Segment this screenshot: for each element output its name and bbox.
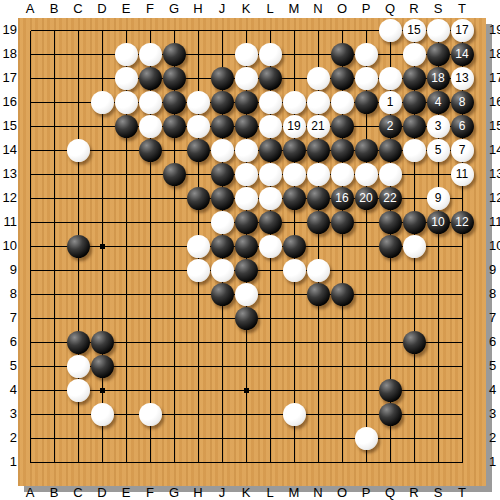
black-stone: [379, 379, 402, 402]
black-stone: [403, 115, 426, 138]
col-label-bottom: K: [234, 486, 258, 500]
move-number-label: 11: [456, 167, 468, 181]
black-stone: [331, 67, 354, 90]
black-stone: [67, 235, 90, 258]
white-stone: [67, 355, 90, 378]
black-stone: [307, 211, 330, 234]
col-label-bottom: D: [90, 486, 114, 500]
col-label-top: F: [138, 2, 162, 16]
white-stone: 15: [403, 19, 426, 42]
black-stone: [379, 139, 402, 162]
white-stone: [235, 139, 258, 162]
row-label-left: 10: [0, 239, 17, 253]
row-label-right: 12: [489, 191, 500, 205]
white-stone: [307, 67, 330, 90]
black-stone: [211, 91, 234, 114]
black-stone: 14: [451, 43, 474, 66]
white-stone: [67, 379, 90, 402]
white-stone: 7: [451, 139, 474, 162]
black-stone: [235, 211, 258, 234]
black-stone: [331, 115, 354, 138]
col-label-bottom: F: [138, 486, 162, 500]
black-stone: [211, 235, 234, 258]
black-stone: [235, 115, 258, 138]
col-label-top: A: [18, 2, 42, 16]
black-stone: [91, 355, 114, 378]
hoshi-point: [100, 388, 105, 393]
white-stone: [355, 43, 378, 66]
hoshi-point: [244, 388, 249, 393]
move-number-label: 13: [455, 71, 468, 85]
move-number-label: 8: [459, 95, 466, 109]
col-label-top: J: [210, 2, 234, 16]
col-label-bottom: M: [282, 486, 306, 500]
black-stone: [331, 139, 354, 162]
black-stone: [355, 139, 378, 162]
white-stone: [235, 187, 258, 210]
white-stone: [115, 43, 138, 66]
row-label-right: 3: [489, 407, 500, 421]
white-stone: [139, 403, 162, 426]
move-number-label: 9: [435, 191, 442, 205]
row-label-left: 12: [0, 191, 17, 205]
white-stone: [259, 91, 282, 114]
row-label-left: 9: [0, 263, 17, 277]
col-label-top: S: [426, 2, 450, 16]
white-stone: [139, 91, 162, 114]
black-stone: [139, 67, 162, 90]
white-stone: [235, 283, 258, 306]
white-stone: [403, 43, 426, 66]
row-label-right: 7: [489, 311, 500, 325]
white-stone: [259, 43, 282, 66]
col-label-bottom: N: [306, 486, 330, 500]
white-stone: [307, 91, 330, 114]
black-stone: [163, 43, 186, 66]
col-label-bottom: S: [426, 486, 450, 500]
white-stone: [139, 43, 162, 66]
black-stone: [331, 211, 354, 234]
black-stone: [211, 283, 234, 306]
row-label-left: 11: [0, 215, 17, 229]
col-label-bottom: T: [450, 486, 474, 500]
row-label-left: 13: [0, 167, 17, 181]
white-stone: [235, 43, 258, 66]
black-stone: [403, 331, 426, 354]
col-label-top: T: [450, 2, 474, 16]
white-stone: [427, 19, 450, 42]
black-stone: [283, 187, 306, 210]
black-stone: [187, 187, 210, 210]
white-stone: [307, 163, 330, 186]
white-stone: [283, 259, 306, 282]
black-stone: [307, 283, 330, 306]
row-label-left: 8: [0, 287, 17, 301]
black-stone: [67, 331, 90, 354]
col-label-top: R: [402, 2, 426, 16]
black-stone: [163, 163, 186, 186]
white-stone: [115, 91, 138, 114]
row-label-right: 14: [489, 143, 500, 157]
white-stone: [187, 259, 210, 282]
black-stone: 6: [451, 115, 474, 138]
row-label-right: 19: [489, 23, 500, 37]
white-stone: [67, 139, 90, 162]
white-stone: [259, 187, 282, 210]
black-stone: 20: [355, 187, 378, 210]
move-number-label: 2: [387, 119, 394, 133]
row-label-right: 18: [489, 47, 500, 61]
white-stone: [91, 403, 114, 426]
white-stone: [355, 427, 378, 450]
black-stone: [379, 403, 402, 426]
row-label-left: 1: [0, 455, 17, 469]
move-number-label: 20: [359, 191, 372, 205]
black-stone: [403, 67, 426, 90]
black-stone: 10: [427, 211, 450, 234]
black-stone: [235, 307, 258, 330]
black-stone: [91, 331, 114, 354]
row-label-right: 13: [489, 167, 500, 181]
white-stone: [307, 259, 330, 282]
black-stone: 12: [451, 211, 474, 234]
black-stone: [259, 211, 282, 234]
black-stone: [283, 235, 306, 258]
row-label-left: 2: [0, 431, 17, 445]
col-label-top: G: [162, 2, 186, 16]
white-stone: [283, 91, 306, 114]
white-stone: 17: [451, 19, 474, 42]
row-label-left: 6: [0, 335, 17, 349]
white-stone: [283, 163, 306, 186]
white-stone: [283, 403, 306, 426]
col-label-bottom: P: [354, 486, 378, 500]
white-stone: 21: [307, 115, 330, 138]
move-number-label: 3: [435, 119, 442, 133]
col-label-top: Q: [378, 2, 402, 16]
black-stone: [259, 67, 282, 90]
row-label-left: 4: [0, 383, 17, 397]
row-label-right: 11: [489, 215, 500, 229]
black-stone: [235, 91, 258, 114]
move-number-label: 17: [455, 23, 468, 37]
row-label-right: 17: [489, 71, 500, 85]
black-stone: [163, 115, 186, 138]
move-number-label: 21: [311, 119, 324, 133]
col-label-bottom: C: [66, 486, 90, 500]
black-stone: [235, 259, 258, 282]
move-number-label: 18: [431, 71, 444, 85]
white-stone: [379, 19, 402, 42]
white-stone: 5: [427, 139, 450, 162]
white-stone: [403, 139, 426, 162]
white-stone: [259, 235, 282, 258]
black-stone: 4: [427, 91, 450, 114]
col-label-top: M: [282, 2, 306, 16]
move-number-label: 19: [287, 119, 300, 133]
row-label-left: 3: [0, 407, 17, 421]
black-stone: [307, 139, 330, 162]
white-stone: [355, 67, 378, 90]
col-label-top: P: [354, 2, 378, 16]
black-stone: [163, 91, 186, 114]
white-stone: [187, 235, 210, 258]
row-label-right: 9: [489, 263, 500, 277]
black-stone: [355, 91, 378, 114]
white-stone: 19: [283, 115, 306, 138]
col-label-top: E: [114, 2, 138, 16]
col-label-bottom: J: [210, 486, 234, 500]
white-stone: 1: [379, 91, 402, 114]
black-stone: [403, 211, 426, 234]
white-stone: [379, 163, 402, 186]
row-label-left: 16: [0, 95, 17, 109]
col-label-bottom: B: [42, 486, 66, 500]
move-number-label: 7: [459, 143, 466, 157]
white-stone: 11: [451, 163, 474, 186]
white-stone: [211, 211, 234, 234]
row-label-left: 19: [0, 23, 17, 37]
col-label-bottom: O: [330, 486, 354, 500]
black-stone: [115, 115, 138, 138]
row-label-left: 7: [0, 311, 17, 325]
white-stone: [403, 235, 426, 258]
move-number-label: 15: [407, 23, 420, 37]
move-number-label: 12: [455, 215, 468, 229]
hoshi-point: [100, 244, 105, 249]
black-stone: [307, 187, 330, 210]
row-label-left: 15: [0, 119, 17, 133]
white-stone: [259, 163, 282, 186]
black-stone: [211, 187, 234, 210]
white-stone: [115, 67, 138, 90]
white-stone: [187, 91, 210, 114]
white-stone: [379, 67, 402, 90]
black-stone: [379, 235, 402, 258]
black-stone: [211, 67, 234, 90]
black-stone: [427, 43, 450, 66]
col-label-top: B: [42, 2, 66, 16]
row-label-right: 16: [489, 95, 500, 109]
move-number-label: 5: [435, 143, 442, 157]
black-stone: [163, 67, 186, 90]
move-number-label: 14: [455, 47, 468, 61]
row-label-right: 2: [489, 431, 500, 445]
white-stone: [91, 91, 114, 114]
row-label-right: 1: [489, 455, 500, 469]
white-stone: [139, 115, 162, 138]
row-label-left: 18: [0, 47, 17, 61]
move-number-label: 1: [387, 95, 394, 109]
white-stone: 13: [451, 67, 474, 90]
white-stone: [235, 163, 258, 186]
move-number-label: 16: [335, 191, 348, 205]
white-stone: [211, 139, 234, 162]
black-stone: [139, 139, 162, 162]
col-label-top: C: [66, 2, 90, 16]
white-stone: [331, 91, 354, 114]
white-stone: [355, 163, 378, 186]
col-label-top: H: [186, 2, 210, 16]
row-label-right: 8: [489, 287, 500, 301]
white-stone: [259, 115, 282, 138]
row-label-right: 6: [489, 335, 500, 349]
black-stone: [331, 43, 354, 66]
black-stone: 2: [379, 115, 402, 138]
white-stone: [331, 163, 354, 186]
black-stone: 8: [451, 91, 474, 114]
black-stone: 22: [379, 187, 402, 210]
go-game-screenshot: AABBCCDDEEFFGGHHJJKKLLMMNNOOPPQQRRSSTT19…: [0, 0, 500, 500]
col-label-bottom: A: [18, 486, 42, 500]
black-stone: 18: [427, 67, 450, 90]
black-stone: [259, 139, 282, 162]
row-label-right: 15: [489, 119, 500, 133]
black-stone: 16: [331, 187, 354, 210]
move-number-label: 22: [383, 191, 396, 205]
move-number-label: 10: [431, 215, 444, 229]
white-stone: 3: [427, 115, 450, 138]
white-stone: 9: [427, 187, 450, 210]
black-stone: [379, 211, 402, 234]
col-label-bottom: G: [162, 486, 186, 500]
row-label-right: 5: [489, 359, 500, 373]
black-stone: [211, 163, 234, 186]
move-number-label: 6: [459, 119, 466, 133]
col-label-bottom: H: [186, 486, 210, 500]
col-label-bottom: E: [114, 486, 138, 500]
col-label-bottom: R: [402, 486, 426, 500]
row-label-left: 14: [0, 143, 17, 157]
col-label-top: N: [306, 2, 330, 16]
row-label-left: 17: [0, 71, 17, 85]
black-stone: [211, 115, 234, 138]
col-label-bottom: Q: [378, 486, 402, 500]
move-number-label: 4: [435, 95, 442, 109]
white-stone: [211, 259, 234, 282]
white-stone: [235, 67, 258, 90]
white-stone: [187, 115, 210, 138]
row-label-left: 5: [0, 359, 17, 373]
row-label-right: 4: [489, 383, 500, 397]
black-stone: [187, 139, 210, 162]
black-stone: [235, 235, 258, 258]
col-label-top: K: [234, 2, 258, 16]
black-stone: [331, 283, 354, 306]
col-label-top: L: [258, 2, 282, 16]
row-label-right: 10: [489, 239, 500, 253]
col-label-top: O: [330, 2, 354, 16]
col-label-top: D: [90, 2, 114, 16]
black-stone: [283, 139, 306, 162]
col-label-bottom: L: [258, 486, 282, 500]
black-stone: [403, 91, 426, 114]
